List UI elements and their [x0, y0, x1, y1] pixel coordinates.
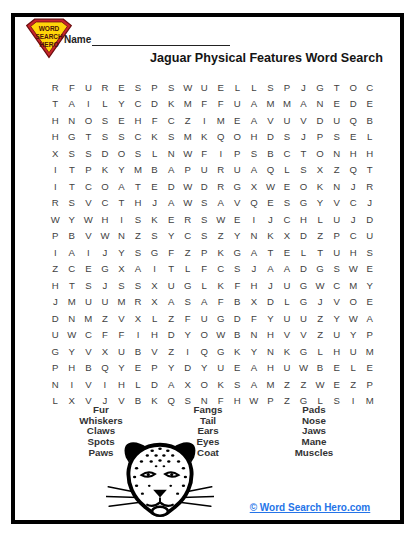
grid-cell: D [262, 129, 279, 146]
grid-cell: P [179, 162, 196, 179]
grid-cell: V [80, 343, 97, 360]
grid-cell: H [345, 145, 362, 162]
grid-cell: S [328, 261, 345, 278]
grid-cell: Y [361, 277, 378, 294]
grid-cell: I [64, 376, 81, 393]
grid-cell: T [64, 162, 81, 179]
grid-cell: O [345, 79, 362, 96]
grid-cell: E [328, 360, 345, 377]
grid-cell: D [97, 145, 114, 162]
grid-cell: J [295, 79, 312, 96]
grid-cell: H [47, 129, 64, 146]
grid-cell: I [47, 244, 64, 261]
grid-cell: L [179, 261, 196, 278]
grid-cell: E [212, 79, 229, 96]
grid-cell: X [279, 228, 296, 245]
grid-cell: B [80, 360, 97, 377]
grid-cell: L [146, 310, 163, 327]
grid-cell: K [146, 211, 163, 228]
grid-cell: E [113, 79, 130, 96]
grid-cell: N [312, 96, 329, 113]
grid-cell: L [146, 145, 163, 162]
grid-cell: W [64, 327, 81, 344]
grid-cell: F [212, 294, 229, 311]
grid-cell: D [229, 310, 246, 327]
grid-cell: H [130, 112, 147, 129]
grid-cell: K [212, 376, 229, 393]
grid-cell: B [229, 327, 246, 344]
grid-cell: Z [312, 310, 329, 327]
grid-cell: S [97, 129, 114, 146]
grid-cell: M [179, 96, 196, 113]
grid-cell: L [279, 162, 296, 179]
grid-cell: Z [312, 327, 329, 344]
grid-cell: U [97, 294, 114, 311]
grid-cell: U [328, 327, 345, 344]
grid-cell: K [212, 277, 229, 294]
grid-cell: C [130, 96, 147, 113]
grid-cell: O [97, 178, 114, 195]
grid-cell: Z [179, 244, 196, 261]
grid-cell: U [196, 162, 213, 179]
grid-cell: K [97, 162, 114, 179]
grid-cell: J [345, 178, 362, 195]
grid-cell: S [229, 376, 246, 393]
grid-cell: C [163, 112, 180, 129]
grid-cell: X [179, 376, 196, 393]
grid-cell: B [64, 228, 81, 245]
grid-cell: P [80, 162, 97, 179]
grid-cell: E [361, 96, 378, 113]
grid-cell: A [246, 244, 263, 261]
grid-cell: K [229, 343, 246, 360]
grid-cell: U [163, 277, 180, 294]
grid-cell: W [345, 310, 362, 327]
grid-cell: Q [262, 162, 279, 179]
grid-cell: I [113, 211, 130, 228]
grid-cell: Q [345, 162, 362, 179]
grid-cell: K [262, 228, 279, 245]
grid-cell: P [47, 228, 64, 245]
grid-cell: Z [345, 376, 362, 393]
grid-cell: U [113, 343, 130, 360]
grid-cell: V [262, 112, 279, 129]
grid-cell: Y [113, 244, 130, 261]
grid-cell: O [196, 376, 213, 393]
grid-cell: H [361, 145, 378, 162]
grid-cell: S [361, 244, 378, 261]
grid-cell: C [97, 195, 114, 212]
grid-cell: Z [97, 310, 114, 327]
grid-cell: E [113, 112, 130, 129]
grid-cell: U [279, 360, 296, 377]
grid-cell: E [328, 96, 345, 113]
grid-cell: S [229, 261, 246, 278]
grid-cell: L [130, 376, 147, 393]
grid-cell: A [361, 310, 378, 327]
grid-cell: C [130, 129, 147, 146]
word-search-grid: RFURESPSWUELLSPJGTOCTAILYCDKMFFUAMMANEDE… [47, 79, 378, 409]
grid-cell: J [246, 261, 263, 278]
grid-cell: Y [312, 195, 329, 212]
grid-cell: D [163, 327, 180, 344]
grid-cell: B [130, 343, 147, 360]
grid-cell: Z [163, 343, 180, 360]
grid-cell: Z [312, 228, 329, 245]
grid-cell: H [47, 277, 64, 294]
grid-cell: A [262, 261, 279, 278]
grid-cell: H [328, 343, 345, 360]
grid-cell: W [179, 79, 196, 96]
grid-cell: V [229, 195, 246, 212]
grid-cell: S [179, 294, 196, 311]
grid-cell: E [146, 178, 163, 195]
grid-cell: H [246, 129, 263, 146]
grid-cell: M [279, 96, 296, 113]
grid-cell: V [80, 228, 97, 245]
grid-cell: X [312, 162, 329, 179]
grid-cell: A [279, 261, 296, 278]
grid-cell: B [146, 162, 163, 179]
grid-cell: W [212, 327, 229, 344]
grid-cell: I [196, 112, 213, 129]
grid-cell: S [146, 228, 163, 245]
grid-cell: W [312, 376, 329, 393]
grid-cell: N [163, 145, 180, 162]
grid-cell: C [80, 178, 97, 195]
grid-cell: Q [97, 360, 114, 377]
grid-cell: U [229, 162, 246, 179]
grid-cell: O [113, 145, 130, 162]
grid-cell: G [47, 343, 64, 360]
grid-cell: U [80, 294, 97, 311]
grid-cell: N [64, 310, 81, 327]
grid-cell: P [47, 360, 64, 377]
grid-cell: L [312, 343, 329, 360]
grid-cell: E [262, 195, 279, 212]
grid-cell: G [312, 79, 329, 96]
grid-cell: V [146, 343, 163, 360]
grid-cell: V [279, 327, 296, 344]
grid-cell: O [295, 178, 312, 195]
logo-line-hero: HERO [39, 40, 58, 49]
grid-cell: S [130, 79, 147, 96]
grid-cell: I [146, 261, 163, 278]
grid-cell: L [295, 244, 312, 261]
grid-cell: O [80, 112, 97, 129]
grid-cell: S [295, 162, 312, 179]
grid-cell: M [345, 277, 362, 294]
grid-cell: U [229, 96, 246, 113]
grid-cell: S [97, 112, 114, 129]
grid-cell: I [80, 96, 97, 113]
grid-cell: T [113, 195, 130, 212]
grid-cell: C [279, 211, 296, 228]
grid-cell: C [279, 145, 296, 162]
page-title: Jaguar Physical Features Word Search [150, 51, 376, 65]
grid-cell: K [279, 343, 296, 360]
grid-cell: F [146, 112, 163, 129]
grid-cell: R [179, 211, 196, 228]
grid-cell: G [146, 244, 163, 261]
jaguar-head-illustration [106, 436, 214, 520]
grid-cell: H [262, 360, 279, 377]
grid-cell: S [262, 79, 279, 96]
grid-cell: T [163, 261, 180, 278]
grid-cell: E [163, 211, 180, 228]
grid-cell: O [345, 294, 362, 311]
grid-cell: S [196, 211, 213, 228]
grid-cell: Z [130, 228, 147, 245]
grid-cell: W [179, 178, 196, 195]
grid-cell: T [262, 244, 279, 261]
name-blank-line [92, 45, 230, 46]
grid-cell: U [212, 360, 229, 377]
grid-cell: W [262, 178, 279, 195]
grid-cell: V [80, 195, 97, 212]
grid-cell: A [246, 96, 263, 113]
grid-cell: U [328, 211, 345, 228]
grid-cell: P [312, 129, 329, 146]
grid-cell: E [328, 376, 345, 393]
grid-cell: M [262, 376, 279, 393]
grid-cell: R [212, 162, 229, 179]
grid-cell: L [246, 79, 263, 96]
grid-cell: D [146, 376, 163, 393]
grid-cell: W [97, 228, 114, 245]
grid-cell: V [295, 112, 312, 129]
grid-cell: F [179, 310, 196, 327]
grid-cell: P [146, 360, 163, 377]
grid-cell: O [196, 327, 213, 344]
grid-cell: R [47, 195, 64, 212]
grid-cell: X [246, 178, 263, 195]
grid-cell: A [196, 294, 213, 311]
grid-cell: A [246, 112, 263, 129]
grid-cell: S [130, 277, 147, 294]
grid-cell: K [163, 96, 180, 113]
grid-cell: T [64, 178, 81, 195]
grid-cell: M [361, 343, 378, 360]
grid-cell: S [80, 277, 97, 294]
grid-cell: X [146, 277, 163, 294]
grid-cell: W [47, 211, 64, 228]
grid-cell: C [179, 228, 196, 245]
grid-cell: U [345, 343, 362, 360]
grid-cell: U [279, 277, 296, 294]
grid-cell: D [345, 96, 362, 113]
grid-cell: A [163, 195, 180, 212]
grid-cell: U [328, 244, 345, 261]
grid-cell: Q [212, 129, 229, 146]
grid-cell: F [163, 244, 180, 261]
grid-cell: U [295, 310, 312, 327]
grid-cell: X [97, 343, 114, 360]
grid-cell: K [312, 178, 329, 195]
grid-cell: A [246, 162, 263, 179]
grid-cell: C [80, 327, 97, 344]
grid-cell: F [212, 96, 229, 113]
grid-cell: V [113, 310, 130, 327]
grid-cell: H [64, 360, 81, 377]
grid-cell: W [179, 195, 196, 212]
grid-cell: A [163, 162, 180, 179]
grid-cell: S [130, 145, 147, 162]
grid-cell: E [279, 244, 296, 261]
grid-cell: D [262, 294, 279, 311]
grid-cell: P [229, 145, 246, 162]
grid-cell: R [47, 79, 64, 96]
grid-cell: H [47, 112, 64, 129]
grid-cell: Y [113, 96, 130, 113]
grid-cell: B [312, 360, 329, 377]
grid-cell: Z [328, 162, 345, 179]
grid-cell: M [113, 294, 130, 311]
grid-cell: V [295, 327, 312, 344]
grid-cell: F [64, 79, 81, 96]
grid-cell: J [146, 195, 163, 212]
grid-cell: P [196, 244, 213, 261]
grid-cell: J [345, 211, 362, 228]
grid-cell: I [212, 145, 229, 162]
jaguar-chin [152, 507, 168, 516]
grid-cell: T [80, 129, 97, 146]
grid-cell: U [80, 79, 97, 96]
grid-cell: U [196, 310, 213, 327]
grid-cell: H [97, 211, 114, 228]
grid-cell: L [361, 129, 378, 146]
name-label: Name [64, 34, 91, 45]
grid-cell: X [146, 294, 163, 311]
grid-cell: C [345, 195, 362, 212]
grid-cell: L [312, 211, 329, 228]
grid-cell: Z [47, 261, 64, 278]
grid-cell: M [80, 310, 97, 327]
grid-cell: F [246, 310, 263, 327]
grid-cell: L [279, 294, 296, 311]
grid-cell: K [212, 244, 229, 261]
grid-cell: G [295, 343, 312, 360]
grid-cell: S [64, 195, 81, 212]
grid-cell: S [279, 195, 296, 212]
grid-cell: N [47, 376, 64, 393]
grid-cell: Y [246, 343, 263, 360]
grid-cell: S [279, 129, 296, 146]
grid-cell: G [229, 178, 246, 195]
grid-cell: R [130, 294, 147, 311]
grid-cell: A [64, 244, 81, 261]
grid-cell: M [212, 112, 229, 129]
grid-cell: H [113, 376, 130, 393]
grid-cell: H [345, 244, 362, 261]
grid-cell: H [295, 211, 312, 228]
grid-cell: W [179, 145, 196, 162]
grid-cell: S [196, 195, 213, 212]
grid-cell: S [113, 129, 130, 146]
grid-cell: R [212, 178, 229, 195]
grid-cell: S [64, 145, 81, 162]
grid-cell: P [146, 79, 163, 96]
grid-cell: D [295, 261, 312, 278]
grid-cell: M [64, 294, 81, 311]
grid-cell: J [262, 277, 279, 294]
grid-cell: Y [113, 162, 130, 179]
grid-cell: Y [345, 327, 362, 344]
grid-cell: W [345, 261, 362, 278]
grid-cell: U [328, 112, 345, 129]
grid-cell: N [262, 343, 279, 360]
grid-cell: U [279, 112, 296, 129]
grid-cell: F [97, 327, 114, 344]
grid-cell: S [246, 145, 263, 162]
grid-cell: M [130, 162, 147, 179]
grid-cell: V [80, 376, 97, 393]
grid-cell: J [312, 294, 329, 311]
grid-cell: M [262, 96, 279, 113]
grid-cell: Q [196, 343, 213, 360]
grid-cell: S [130, 244, 147, 261]
grid-cell: M [179, 129, 196, 146]
grid-cell: T [130, 178, 147, 195]
grid-cell: E [361, 261, 378, 278]
grid-cell: Z [163, 310, 180, 327]
grid-cell: X [113, 261, 130, 278]
grid-cell: H [262, 327, 279, 344]
grid-cell: Z [212, 228, 229, 245]
grid-cell: S [80, 145, 97, 162]
grid-cell: A [212, 195, 229, 212]
grid-cell: I [47, 162, 64, 179]
word-search-hero-link[interactable]: © Word Search Hero.com [248, 502, 372, 513]
grid-cell: U [361, 228, 378, 245]
grid-cell: G [312, 261, 329, 278]
grid-cell: T [361, 162, 378, 179]
grid-cell: Z [295, 376, 312, 393]
grid-cell: A [246, 376, 263, 393]
grid-cell: T [47, 96, 64, 113]
grid-cell: X [246, 294, 263, 311]
grid-cell: A [163, 376, 180, 393]
grid-cell: T [328, 79, 345, 96]
word-list-column: PadsNoseJawsManeMuscles [268, 405, 360, 459]
grid-cell: G [295, 294, 312, 311]
grid-cell: N [246, 228, 263, 245]
grid-cell: T [312, 244, 329, 261]
grid-cell: C [361, 79, 378, 96]
grid-cell: S [130, 211, 147, 228]
grid-cell: A [64, 96, 81, 113]
grid-cell: Y [113, 360, 130, 377]
grid-cell: J [361, 195, 378, 212]
grid-cell: M [361, 393, 378, 410]
grid-cell: Y [64, 343, 81, 360]
grid-cell: H [146, 327, 163, 344]
grid-cell: S [328, 129, 345, 146]
grid-cell: D [146, 96, 163, 113]
grid-cell: E [361, 294, 378, 311]
grid-cell: Z [279, 376, 296, 393]
grid-cell: Y [196, 360, 213, 377]
grid-cell: Q [345, 112, 362, 129]
grid-cell: F [196, 261, 213, 278]
grid-cell: P [361, 327, 378, 344]
grid-cell: D [312, 112, 329, 129]
grid-cell: G [97, 261, 114, 278]
grid-cell: Y [179, 327, 196, 344]
grid-cell: N [113, 228, 130, 245]
grid-cell: I [47, 178, 64, 195]
grid-cell: N [328, 178, 345, 195]
